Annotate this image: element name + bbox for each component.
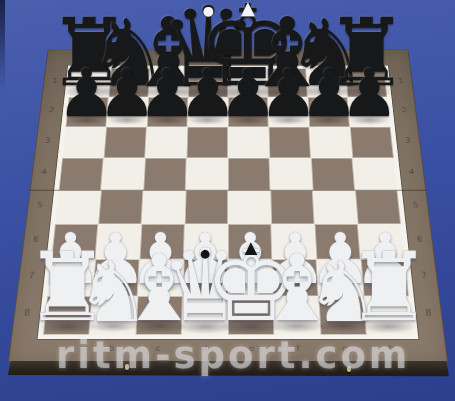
rank-label-left: 8 bbox=[14, 309, 41, 317]
square-d6 bbox=[187, 127, 228, 158]
square-g8 bbox=[306, 69, 347, 98]
board-white-border bbox=[38, 66, 419, 339]
square-e6 bbox=[228, 127, 269, 158]
watermark: ritm-sport.com bbox=[56, 334, 410, 377]
square-a3 bbox=[51, 224, 98, 259]
rank-label-right: 2 bbox=[393, 107, 417, 113]
square-d2 bbox=[183, 259, 228, 296]
square-h7 bbox=[347, 97, 390, 127]
board-grid bbox=[43, 69, 413, 335]
square-e8 bbox=[228, 69, 268, 98]
rank-label-right: 7 bbox=[411, 272, 438, 280]
square-d4 bbox=[185, 190, 228, 224]
square-f1 bbox=[273, 296, 320, 335]
square-g1 bbox=[318, 296, 366, 335]
square-a1 bbox=[43, 296, 92, 335]
square-f8 bbox=[267, 69, 308, 98]
chess-board: 1122334455667788abcdefgh bbox=[8, 50, 448, 362]
rank-label-right: 8 bbox=[415, 309, 442, 317]
chess-set-photo: 1122334455667788abcdefgh ♜♞♝♛●♚▲♝♞♜♟♟♟♟♟… bbox=[0, 0, 455, 401]
square-e1 bbox=[228, 296, 274, 335]
square-e3 bbox=[228, 224, 272, 259]
square-e7 bbox=[228, 97, 269, 127]
rank-label-right: 3 bbox=[396, 137, 420, 144]
square-b1 bbox=[89, 296, 137, 335]
square-g5 bbox=[311, 158, 355, 190]
square-c1 bbox=[135, 296, 182, 335]
square-f2 bbox=[272, 259, 318, 296]
square-c2 bbox=[138, 259, 184, 296]
square-f3 bbox=[271, 224, 316, 259]
square-c8 bbox=[148, 69, 189, 98]
square-f5 bbox=[269, 158, 312, 190]
square-c6 bbox=[145, 127, 187, 158]
square-a7 bbox=[66, 97, 109, 127]
square-h8 bbox=[345, 69, 387, 98]
square-g3 bbox=[315, 224, 361, 259]
square-c7 bbox=[147, 97, 188, 127]
rank-label-right: 1 bbox=[389, 78, 412, 84]
rank-label-left: 3 bbox=[36, 137, 60, 144]
square-g6 bbox=[309, 127, 352, 158]
background-edge-shadow bbox=[0, 0, 5, 90]
square-a4 bbox=[55, 190, 101, 224]
square-e2 bbox=[228, 259, 273, 296]
square-h3 bbox=[358, 224, 405, 259]
square-e5 bbox=[228, 158, 270, 190]
rank-label-right: 5 bbox=[403, 202, 428, 209]
square-a8 bbox=[69, 69, 111, 98]
square-e4 bbox=[228, 190, 271, 224]
rank-label-right: 4 bbox=[399, 169, 424, 176]
rank-label-left: 2 bbox=[40, 107, 64, 113]
square-h4 bbox=[355, 190, 401, 224]
board-perspective-wrapper: 1122334455667788abcdefgh bbox=[8, 0, 448, 362]
square-b5 bbox=[101, 158, 145, 190]
square-d8 bbox=[188, 69, 228, 98]
square-a6 bbox=[62, 127, 106, 158]
square-f6 bbox=[269, 127, 311, 158]
square-h5 bbox=[352, 158, 397, 190]
square-g2 bbox=[316, 259, 363, 296]
square-b3 bbox=[95, 224, 141, 259]
square-b7 bbox=[106, 97, 148, 127]
square-b2 bbox=[92, 259, 139, 296]
square-h1 bbox=[364, 296, 413, 335]
square-c4 bbox=[141, 190, 185, 224]
square-f7 bbox=[268, 97, 309, 127]
square-c5 bbox=[143, 158, 186, 190]
rank-label-left: 6 bbox=[23, 236, 49, 243]
square-d7 bbox=[187, 97, 228, 127]
square-h6 bbox=[350, 127, 394, 158]
square-b8 bbox=[109, 69, 150, 98]
square-b4 bbox=[98, 190, 143, 224]
square-f4 bbox=[270, 190, 314, 224]
rank-label-left: 5 bbox=[27, 202, 52, 209]
square-d1 bbox=[182, 296, 228, 335]
square-g4 bbox=[313, 190, 358, 224]
fold-seam bbox=[30, 190, 427, 191]
rank-label-right: 6 bbox=[407, 236, 433, 243]
square-h2 bbox=[361, 259, 409, 296]
square-a2 bbox=[47, 259, 95, 296]
square-a5 bbox=[59, 158, 104, 190]
square-b6 bbox=[104, 127, 147, 158]
square-d5 bbox=[186, 158, 228, 190]
square-d3 bbox=[184, 224, 228, 259]
rank-label-left: 1 bbox=[43, 78, 66, 84]
square-g7 bbox=[308, 97, 350, 127]
rank-label-left: 4 bbox=[32, 169, 57, 176]
square-c3 bbox=[140, 224, 185, 259]
rank-label-left: 7 bbox=[18, 272, 45, 280]
